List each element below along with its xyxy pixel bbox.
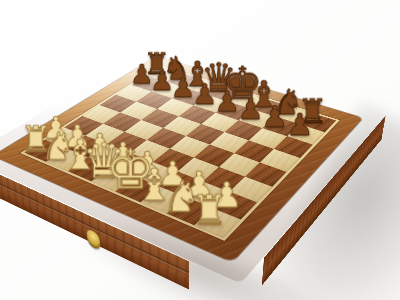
piece-white-r-h1[interactable]: ♜: [185, 189, 234, 230]
chess-board: ♜♞♝♛♚♝♞♜♟♟♟♟♟♟♟♟♟♟♟♟♟♟♟♟♜♞♝♛♚♝♞♜: [0, 56, 363, 262]
board-frame: ♜♞♝♛♚♝♞♜♟♟♟♟♟♟♟♟♟♟♟♟♟♟♟♟♜♞♝♛♚♝♞♜: [0, 56, 363, 262]
piece-black-p-h7[interactable]: ♟: [280, 110, 320, 140]
photo-background: ♜♞♝♛♚♝♞♜♟♟♟♟♟♟♟♟♟♟♟♟♟♟♟♟♜♞♝♛♚♝♞♜: [0, 0, 400, 300]
brass-clasp-icon: [86, 228, 101, 251]
